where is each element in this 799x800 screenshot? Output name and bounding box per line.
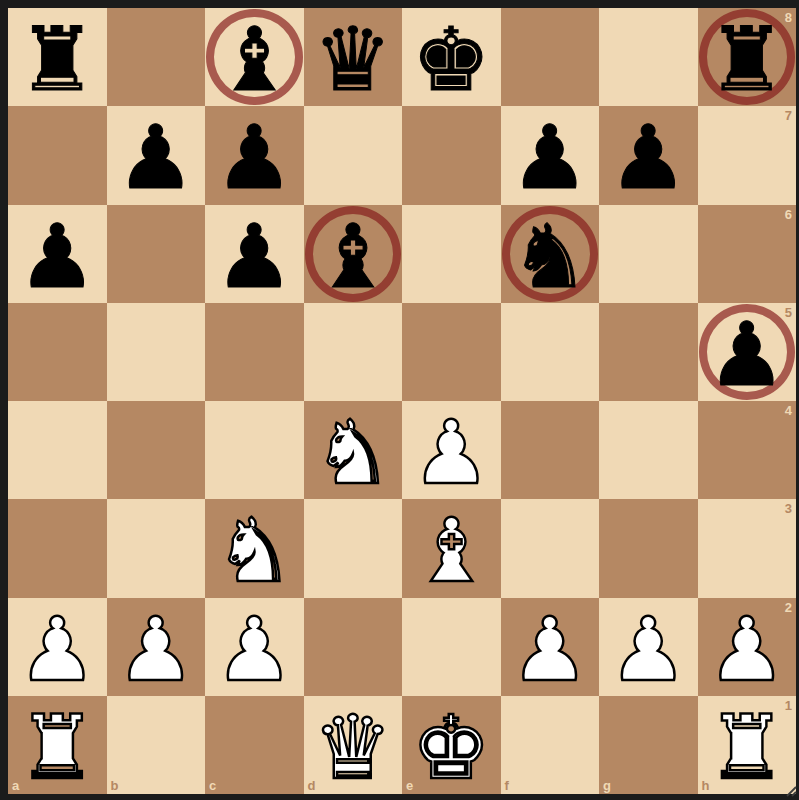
square-a6[interactable]: ♟ [8,205,107,303]
file-label-h: h [702,778,710,793]
piece-white-rook[interactable]: ♜ [698,699,797,797]
piece-black-pawn[interactable]: ♟ [205,109,304,207]
square-a2[interactable]: ♟ [8,598,107,696]
file-label-e: e [406,778,413,793]
piece-white-knight[interactable]: ♞ [304,404,403,502]
piece-white-pawn[interactable]: ♟ [402,404,501,502]
square-f1[interactable]: f [501,696,600,794]
square-a8[interactable]: ♜ [8,8,107,106]
square-d8[interactable]: ♛ [304,8,403,106]
resize-grip-icon[interactable] [783,783,797,797]
piece-white-pawn[interactable]: ♟ [599,601,698,699]
square-e5[interactable] [402,303,501,401]
piece-white-pawn[interactable]: ♟ [501,601,600,699]
file-label-f: f [505,778,509,793]
piece-white-pawn[interactable]: ♟ [698,601,797,699]
piece-black-queen[interactable]: ♛ [304,11,403,109]
square-f6[interactable]: ♞ [501,205,600,303]
square-d5[interactable] [304,303,403,401]
piece-black-bishop[interactable]: ♝ [304,208,403,306]
piece-black-pawn[interactable]: ♟ [205,208,304,306]
piece-black-king[interactable]: ♚ [402,11,501,109]
square-h5[interactable]: ♟5 [698,303,797,401]
piece-white-pawn[interactable]: ♟ [8,601,107,699]
square-c8[interactable]: ♝ [205,8,304,106]
square-e1[interactable]: ♚e [402,696,501,794]
square-b7[interactable]: ♟ [107,106,206,204]
square-a1[interactable]: ♜a [8,696,107,794]
square-f4[interactable] [501,401,600,499]
square-c6[interactable]: ♟ [205,205,304,303]
square-h4[interactable]: 4 [698,401,797,499]
piece-white-knight[interactable]: ♞ [205,502,304,600]
square-e8[interactable]: ♚ [402,8,501,106]
square-d6[interactable]: ♝ [304,205,403,303]
file-label-g: g [603,778,611,793]
square-h2[interactable]: ♟2 [698,598,797,696]
square-c5[interactable] [205,303,304,401]
rank-label-8: 8 [785,10,792,25]
square-h3[interactable]: 3 [698,499,797,597]
piece-black-knight[interactable]: ♞ [501,208,600,306]
rank-label-2: 2 [785,600,792,615]
piece-black-pawn[interactable]: ♟ [501,109,600,207]
square-d2[interactable] [304,598,403,696]
square-h8[interactable]: ♜8 [698,8,797,106]
square-a3[interactable] [8,499,107,597]
square-f2[interactable]: ♟ [501,598,600,696]
square-b6[interactable] [107,205,206,303]
piece-black-rook[interactable]: ♜ [698,11,797,109]
square-d7[interactable] [304,106,403,204]
rank-label-3: 3 [785,501,792,516]
square-h7[interactable]: 7 [698,106,797,204]
square-b5[interactable] [107,303,206,401]
piece-black-pawn[interactable]: ♟ [107,109,206,207]
square-f7[interactable]: ♟ [501,106,600,204]
square-a7[interactable] [8,106,107,204]
piece-white-bishop[interactable]: ♝ [402,502,501,600]
square-d3[interactable] [304,499,403,597]
rank-label-6: 6 [785,207,792,222]
square-b4[interactable] [107,401,206,499]
square-e4[interactable]: ♟ [402,401,501,499]
square-f3[interactable] [501,499,600,597]
piece-black-bishop[interactable]: ♝ [205,11,304,109]
piece-black-pawn[interactable]: ♟ [698,306,797,404]
rank-label-7: 7 [785,108,792,123]
square-c2[interactable]: ♟ [205,598,304,696]
file-label-d: d [308,778,316,793]
square-c4[interactable] [205,401,304,499]
square-a4[interactable] [8,401,107,499]
piece-white-pawn[interactable]: ♟ [107,601,206,699]
file-label-a: a [12,778,19,793]
square-a5[interactable] [8,303,107,401]
square-e6[interactable] [402,205,501,303]
square-b3[interactable] [107,499,206,597]
chess-board: ♜♝♛♚♜8♟♟♟♟7♟♟♝♞6♟5♞♟4♞♝3♟♟♟♟♟♟2♜abc♛d♚ef… [8,8,796,794]
square-f5[interactable] [501,303,600,401]
square-f8[interactable] [501,8,600,106]
square-g6[interactable] [599,205,698,303]
square-h1[interactable]: ♜1h [698,696,797,794]
piece-black-pawn[interactable]: ♟ [599,109,698,207]
square-g8[interactable] [599,8,698,106]
piece-white-pawn[interactable]: ♟ [205,601,304,699]
square-b1[interactable]: b [107,696,206,794]
square-c7[interactable]: ♟ [205,106,304,204]
square-g3[interactable] [599,499,698,597]
piece-black-rook[interactable]: ♜ [8,11,107,109]
file-label-c: c [209,778,216,793]
file-label-b: b [111,778,119,793]
square-h6[interactable]: 6 [698,205,797,303]
rank-label-4: 4 [785,403,792,418]
square-g5[interactable] [599,303,698,401]
square-b8[interactable] [107,8,206,106]
piece-white-queen[interactable]: ♛ [304,699,403,797]
board-frame: ♜♝♛♚♜8♟♟♟♟7♟♟♝♞6♟5♞♟4♞♝3♟♟♟♟♟♟2♜abc♛d♚ef… [0,0,799,800]
square-e7[interactable] [402,106,501,204]
piece-white-rook[interactable]: ♜ [8,699,107,797]
square-g7[interactable]: ♟ [599,106,698,204]
square-g4[interactable] [599,401,698,499]
piece-black-pawn[interactable]: ♟ [8,208,107,306]
square-d1[interactable]: ♛d [304,696,403,794]
square-c1[interactable]: c [205,696,304,794]
rank-label-5: 5 [785,305,792,320]
square-e2[interactable] [402,598,501,696]
square-g1[interactable]: g [599,696,698,794]
piece-white-king[interactable]: ♚ [402,699,501,797]
square-d4[interactable]: ♞ [304,401,403,499]
square-e3[interactable]: ♝ [402,499,501,597]
square-g2[interactable]: ♟ [599,598,698,696]
square-c3[interactable]: ♞ [205,499,304,597]
rank-label-1: 1 [785,698,792,713]
square-b2[interactable]: ♟ [107,598,206,696]
